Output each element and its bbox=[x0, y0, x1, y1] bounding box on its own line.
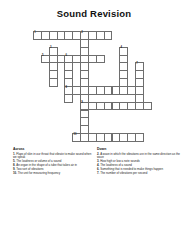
down-clues-section: Down 2. A wave in which the vibrations a… bbox=[97, 147, 181, 176]
down-header: Down bbox=[97, 147, 181, 151]
clue-item: 7. The number of vibrations per second bbox=[97, 172, 181, 175]
grid-cell[interactable] bbox=[64, 94, 73, 103]
grid-cell[interactable] bbox=[96, 55, 105, 64]
grid-cell[interactable] bbox=[143, 102, 152, 111]
across-clue-list: 1. Flaps of skin in our throat that vibr… bbox=[13, 153, 93, 176]
clue-item: 10. The unit for measuring frequency bbox=[13, 172, 93, 175]
grid-cell[interactable] bbox=[104, 31, 113, 40]
down-clue-list: 2. A wave in which the vibrations are in… bbox=[97, 153, 181, 176]
page-title: Sound Revision bbox=[0, 8, 188, 19]
grid-cell[interactable] bbox=[135, 133, 144, 142]
across-header: Across bbox=[13, 147, 93, 151]
across-clues-section: Across 1. Flaps of skin in our throat th… bbox=[13, 147, 93, 176]
grid-cell[interactable] bbox=[49, 78, 58, 87]
